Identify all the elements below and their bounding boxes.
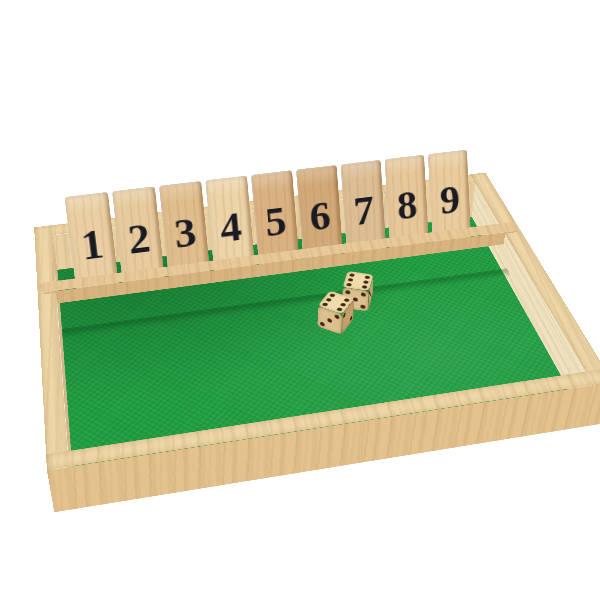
die-pip — [346, 283, 352, 287]
die-pip — [329, 293, 336, 297]
tile-number: 3 — [162, 209, 208, 256]
die-pip — [336, 307, 343, 311]
die-pip — [365, 275, 371, 279]
die-pip — [345, 290, 350, 295]
die-pip — [322, 302, 329, 306]
die-pip — [360, 304, 365, 308]
tile-number: 2 — [115, 215, 162, 262]
tile-number: 8 — [386, 182, 428, 227]
die-pip — [320, 321, 325, 326]
tile-number: 4 — [208, 204, 253, 251]
die-pip — [340, 303, 347, 307]
die-pip — [335, 314, 340, 319]
shut-the-box-board: 123456789 — [40, 210, 600, 512]
die-pip — [349, 273, 355, 277]
die-pip — [361, 292, 366, 297]
product-photo-background: 123456789 — [0, 0, 600, 600]
die-pip — [325, 298, 332, 302]
tile-number: 1 — [68, 221, 116, 268]
die-pip — [343, 298, 350, 302]
die-pip — [343, 312, 345, 319]
die-pip — [363, 280, 369, 284]
die-pip — [362, 285, 368, 289]
tile-number: 5 — [253, 198, 297, 244]
tile-number: 9 — [429, 177, 470, 222]
tile-number: 6 — [298, 193, 342, 239]
die-pip — [348, 278, 354, 282]
tile-number: 7 — [342, 188, 385, 234]
die-pip — [327, 318, 332, 323]
